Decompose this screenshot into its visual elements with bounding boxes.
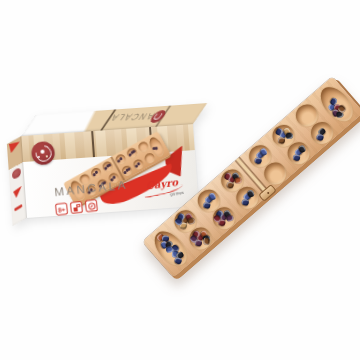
players-icon [73, 207, 77, 211]
wood-plank-line [91, 131, 95, 157]
side-emblem-icon [12, 167, 21, 181]
side-red-triangle-icon [13, 186, 22, 200]
pit-U5 [125, 146, 139, 160]
stone-dot [107, 163, 111, 167]
players-badge [70, 201, 83, 214]
product-photo-scene: MANCALA MANCALA 8+ [0, 0, 360, 360]
age-badge-label: 8+ [57, 205, 65, 213]
stone-dot [132, 149, 136, 153]
clock-icon [88, 203, 95, 210]
stone-darkblue [173, 257, 182, 265]
stone-brown [225, 181, 233, 188]
stone-brown [202, 238, 209, 246]
stone-darkblue [292, 154, 300, 161]
stone-brown [277, 137, 285, 144]
stone-darkblue [315, 134, 323, 141]
pit-L5 [132, 158, 146, 172]
stone-darkblue [253, 157, 261, 164]
game-box: MANCALA MANCALA 8+ [21, 124, 198, 218]
duration-badge [85, 199, 98, 212]
side-red-badge [14, 204, 22, 211]
brand-emblem [31, 141, 56, 166]
stone-dot [154, 147, 158, 151]
side-red-triangle-icon [9, 138, 20, 154]
players-icon [76, 204, 80, 208]
pit-U6 [136, 140, 150, 154]
stone-purple [225, 215, 233, 222]
brand-logo-sub: games [170, 189, 185, 196]
badge-row: 8+ [55, 199, 98, 215]
stone-rust [234, 177, 242, 184]
pit-U2 [89, 166, 103, 180]
stone-black [285, 132, 293, 139]
stone-brown [187, 218, 195, 225]
brand-logo: Cayro games [145, 177, 183, 198]
box-front-face: MANCALA 8+ Cayro games [21, 124, 198, 218]
age-badge: 8+ [55, 202, 68, 215]
store-SR [315, 81, 359, 127]
stone-darkblue [202, 202, 210, 209]
stone-darkblue [240, 199, 248, 206]
stone-dot [127, 167, 131, 171]
